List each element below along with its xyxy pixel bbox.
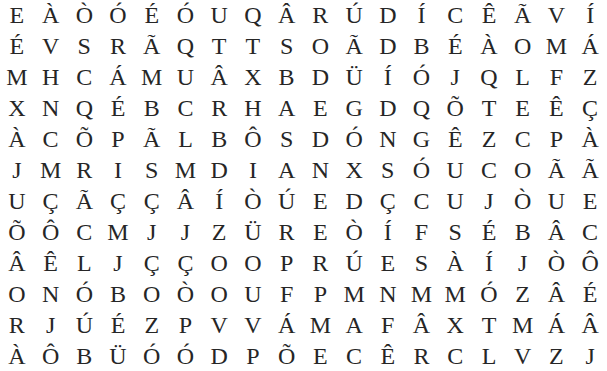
grid-cell-r6c3[interactable]: R xyxy=(67,155,101,186)
grid-cell-r11c13[interactable]: Â xyxy=(405,309,439,340)
grid-cell-r9c6[interactable]: Ç xyxy=(169,247,203,278)
grid-cell-r6c4[interactable]: I xyxy=(101,155,135,186)
grid-cell-r7c4[interactable]: Ç xyxy=(101,185,135,216)
grid-cell-r4c3[interactable]: Q xyxy=(67,93,101,124)
grid-cell-r6c12[interactable]: S xyxy=(371,155,405,186)
grid-cell-r1c14[interactable]: C xyxy=(438,0,472,31)
grid-cell-r6c6[interactable]: M xyxy=(169,155,203,186)
grid-cell-r11c1[interactable]: R xyxy=(0,309,34,340)
grid-cell-r10c13[interactable]: M xyxy=(405,278,439,309)
grid-cell-r7c8[interactable]: Ò xyxy=(236,185,270,216)
grid-cell-r8c13[interactable]: F xyxy=(405,216,439,247)
grid-cell-r3c15[interactable]: Q xyxy=(472,62,506,93)
grid-cell-r8c2[interactable]: Ô xyxy=(34,216,68,247)
grid-cell-r11c6[interactable]: P xyxy=(169,309,203,340)
grid-cell-r8c17[interactable]: Â xyxy=(540,216,574,247)
grid-cell-r7c3[interactable]: Ã xyxy=(67,185,101,216)
grid-cell-r10c14[interactable]: M xyxy=(438,278,472,309)
grid-cell-r2c10[interactable]: O xyxy=(303,31,337,62)
grid-cell-r2c9[interactable]: S xyxy=(270,31,304,62)
grid-cell-r2c16[interactable]: O xyxy=(506,31,540,62)
grid-cell-r4c5[interactable]: B xyxy=(135,93,169,124)
grid-cell-r9c8[interactable]: O xyxy=(236,247,270,278)
grid-cell-r2c2[interactable]: V xyxy=(34,31,68,62)
grid-cell-r12c12[interactable]: Ê xyxy=(371,340,405,371)
grid-cell-r5c16[interactable]: C xyxy=(506,124,540,155)
grid-cell-r3c14[interactable]: J xyxy=(438,62,472,93)
grid-cell-r2c7[interactable]: T xyxy=(202,31,236,62)
grid-cell-r10c6[interactable]: Ò xyxy=(169,278,203,309)
grid-cell-r1c9[interactable]: Â xyxy=(270,0,304,31)
grid-cell-r7c10[interactable]: E xyxy=(303,185,337,216)
grid-cell-r6c2[interactable]: M xyxy=(34,155,68,186)
grid-cell-r10c4[interactable]: B xyxy=(101,278,135,309)
grid-cell-r8c9[interactable]: R xyxy=(270,216,304,247)
grid-cell-r2c6[interactable]: Q xyxy=(169,31,203,62)
grid-cell-r8c15[interactable]: É xyxy=(472,216,506,247)
grid-cell-r7c18[interactable]: E xyxy=(573,185,607,216)
grid-cell-r1c6[interactable]: Ó xyxy=(169,0,203,31)
grid-cell-r7c16[interactable]: Ò xyxy=(506,185,540,216)
grid-cell-r5c14[interactable]: Ê xyxy=(438,124,472,155)
grid-cell-r5c4[interactable]: P xyxy=(101,124,135,155)
grid-cell-r2c1[interactable]: É xyxy=(0,31,34,62)
grid-cell-r3c3[interactable]: C xyxy=(67,62,101,93)
grid-cell-r7c1[interactable]: U xyxy=(0,185,34,216)
grid-cell-r9c14[interactable]: À xyxy=(438,247,472,278)
grid-cell-r1c12[interactable]: D xyxy=(371,0,405,31)
grid-cell-r1c13[interactable]: Í xyxy=(405,0,439,31)
grid-cell-r3c6[interactable]: U xyxy=(169,62,203,93)
grid-cell-r9c11[interactable]: Ú xyxy=(337,247,371,278)
grid-cell-r1c4[interactable]: Ó xyxy=(101,0,135,31)
grid-cell-r10c1[interactable]: O xyxy=(0,278,34,309)
grid-cell-r8c3[interactable]: C xyxy=(67,216,101,247)
grid-cell-r1c1[interactable]: E xyxy=(0,0,34,31)
grid-cell-r9c5[interactable]: Ç xyxy=(135,247,169,278)
grid-cell-r8c7[interactable]: Z xyxy=(202,216,236,247)
grid-cell-r12c2[interactable]: Ô xyxy=(34,340,68,371)
grid-cell-r1c16[interactable]: Ã xyxy=(506,0,540,31)
grid-cell-r2c8[interactable]: T xyxy=(236,31,270,62)
grid-cell-r11c9[interactable]: Á xyxy=(270,309,304,340)
grid-cell-r5c2[interactable]: C xyxy=(34,124,68,155)
grid-cell-r8c12[interactable]: Í xyxy=(371,216,405,247)
grid-cell-r12c7[interactable]: D xyxy=(202,340,236,371)
grid-cell-r11c10[interactable]: M xyxy=(303,309,337,340)
grid-cell-r2c4[interactable]: R xyxy=(101,31,135,62)
grid-cell-r7c11[interactable]: D xyxy=(337,185,371,216)
grid-cell-r6c9[interactable]: A xyxy=(270,155,304,186)
grid-cell-r1c8[interactable]: Q xyxy=(236,0,270,31)
grid-cell-r4c2[interactable]: N xyxy=(34,93,68,124)
grid-cell-r7c6[interactable]: Â xyxy=(169,185,203,216)
grid-cell-r1c3[interactable]: Ò xyxy=(67,0,101,31)
grid-cell-r5c7[interactable]: B xyxy=(202,124,236,155)
grid-cell-r5c3[interactable]: Õ xyxy=(67,124,101,155)
grid-cell-r9c17[interactable]: Ò xyxy=(540,247,574,278)
grid-cell-r9c18[interactable]: Ô xyxy=(573,247,607,278)
grid-cell-r8c5[interactable]: J xyxy=(135,216,169,247)
grid-cell-r8c14[interactable]: S xyxy=(438,216,472,247)
grid-cell-r6c5[interactable]: S xyxy=(135,155,169,186)
grid-cell-r12c5[interactable]: Ó xyxy=(135,340,169,371)
grid-cell-r9c1[interactable]: Â xyxy=(0,247,34,278)
grid-cell-r3c2[interactable]: H xyxy=(34,62,68,93)
grid-cell-r5c13[interactable]: G xyxy=(405,124,439,155)
grid-cell-r3c9[interactable]: B xyxy=(270,62,304,93)
grid-cell-r4c7[interactable]: R xyxy=(202,93,236,124)
grid-cell-r7c17[interactable]: U xyxy=(540,185,574,216)
grid-cell-r10c2[interactable]: N xyxy=(34,278,68,309)
grid-cell-r5c18[interactable]: À xyxy=(573,124,607,155)
grid-cell-r2c5[interactable]: Ã xyxy=(135,31,169,62)
grid-cell-r3c5[interactable]: M xyxy=(135,62,169,93)
grid-cell-r11c17[interactable]: Á xyxy=(540,309,574,340)
grid-cell-r1c17[interactable]: V xyxy=(540,0,574,31)
grid-cell-r9c2[interactable]: Ê xyxy=(34,247,68,278)
grid-cell-r4c1[interactable]: X xyxy=(0,93,34,124)
grid-cell-r7c13[interactable]: C xyxy=(405,185,439,216)
grid-cell-r3c4[interactable]: Á xyxy=(101,62,135,93)
grid-cell-r9c12[interactable]: E xyxy=(371,247,405,278)
grid-cell-r3c13[interactable]: Ó xyxy=(405,62,439,93)
grid-cell-r12c13[interactable]: R xyxy=(405,340,439,371)
grid-cell-r12c15[interactable]: L xyxy=(472,340,506,371)
grid-cell-r6c11[interactable]: X xyxy=(337,155,371,186)
grid-cell-r10c7[interactable]: O xyxy=(202,278,236,309)
grid-cell-r9c7[interactable]: O xyxy=(202,247,236,278)
grid-cell-r2c12[interactable]: D xyxy=(371,31,405,62)
grid-cell-r10c9[interactable]: F xyxy=(270,278,304,309)
word-search-page: EÀÒÓÉÓUQÂRÚDÍCÊÃVÍÉVSRÃQTTSOÃDBÉÀOMÁMHCÁ… xyxy=(0,0,607,371)
grid-cell-r11c12[interactable]: F xyxy=(371,309,405,340)
grid-cell-r8c10[interactable]: E xyxy=(303,216,337,247)
grid-cell-r6c16[interactable]: O xyxy=(506,155,540,186)
grid-cell-r1c5[interactable]: É xyxy=(135,0,169,31)
grid-cell-r9c3[interactable]: L xyxy=(67,247,101,278)
grid-cell-r9c16[interactable]: J xyxy=(506,247,540,278)
grid-cell-r2c18[interactable]: Á xyxy=(573,31,607,62)
grid-cell-r8c8[interactable]: Ü xyxy=(236,216,270,247)
grid-cell-r5c15[interactable]: Z xyxy=(472,124,506,155)
grid-cell-r4c17[interactable]: Ê xyxy=(540,93,574,124)
grid-cell-r5c9[interactable]: S xyxy=(270,124,304,155)
grid-cell-r3c7[interactable]: Â xyxy=(202,62,236,93)
grid-cell-r2c17[interactable]: M xyxy=(540,31,574,62)
grid-cell-r7c2[interactable]: Ç xyxy=(34,185,68,216)
grid-cell-r12c16[interactable]: V xyxy=(506,340,540,371)
grid-cell-r7c12[interactable]: Ç xyxy=(371,185,405,216)
grid-cell-r6c7[interactable]: D xyxy=(202,155,236,186)
grid-cell-r12c10[interactable]: E xyxy=(303,340,337,371)
grid-cell-r4c12[interactable]: D xyxy=(371,93,405,124)
grid-cell-r6c15[interactable]: C xyxy=(472,155,506,186)
grid-cell-r12c14[interactable]: C xyxy=(438,340,472,371)
grid-cell-r8c1[interactable]: Õ xyxy=(0,216,34,247)
grid-cell-r1c2[interactable]: À xyxy=(34,0,68,31)
grid-cell-r10c8[interactable]: U xyxy=(236,278,270,309)
grid-cell-r2c3[interactable]: S xyxy=(67,31,101,62)
grid-cell-r11c8[interactable]: V xyxy=(236,309,270,340)
grid-cell-r8c16[interactable]: B xyxy=(506,216,540,247)
grid-cell-r4c13[interactable]: Q xyxy=(405,93,439,124)
grid-cell-r1c15[interactable]: Ê xyxy=(472,0,506,31)
grid-cell-r9c4[interactable]: J xyxy=(101,247,135,278)
grid-cell-r10c3[interactable]: Ó xyxy=(67,278,101,309)
grid-cell-r7c7[interactable]: Í xyxy=(202,185,236,216)
grid-cell-r2c11[interactable]: Ã xyxy=(337,31,371,62)
grid-cell-r12c8[interactable]: P xyxy=(236,340,270,371)
grid-cell-r5c17[interactable]: P xyxy=(540,124,574,155)
grid-cell-r10c18[interactable]: É xyxy=(573,278,607,309)
grid-cell-r6c1[interactable]: J xyxy=(0,155,34,186)
grid-cell-r4c4[interactable]: É xyxy=(101,93,135,124)
grid-cell-r10c12[interactable]: N xyxy=(371,278,405,309)
grid-cell-r11c2[interactable]: J xyxy=(34,309,68,340)
grid-cell-r9c15[interactable]: Í xyxy=(472,247,506,278)
grid-cell-r4c15[interactable]: T xyxy=(472,93,506,124)
grid-cell-r4c11[interactable]: G xyxy=(337,93,371,124)
grid-cell-r10c17[interactable]: Â xyxy=(540,278,574,309)
grid-cell-r6c10[interactable]: N xyxy=(303,155,337,186)
grid-cell-r4c16[interactable]: E xyxy=(506,93,540,124)
grid-cell-r4c14[interactable]: Õ xyxy=(438,93,472,124)
grid-cell-r11c3[interactable]: Ú xyxy=(67,309,101,340)
grid-cell-r10c11[interactable]: M xyxy=(337,278,371,309)
grid-cell-r10c16[interactable]: Z xyxy=(506,278,540,309)
grid-cell-r12c18[interactable]: J xyxy=(573,340,607,371)
grid-cell-r6c14[interactable]: U xyxy=(438,155,472,186)
grid-cell-r3c10[interactable]: D xyxy=(303,62,337,93)
grid-cell-r9c10[interactable]: R xyxy=(303,247,337,278)
grid-cell-r6c18[interactable]: Ã xyxy=(573,155,607,186)
grid-cell-r7c15[interactable]: J xyxy=(472,185,506,216)
grid-cell-r5c6[interactable]: L xyxy=(169,124,203,155)
grid-cell-r9c9[interactable]: P xyxy=(270,247,304,278)
grid-cell-r8c11[interactable]: Ò xyxy=(337,216,371,247)
word-search-grid: EÀÒÓÉÓUQÂRÚDÍCÊÃVÍÉVSRÃQTTSOÃDBÉÀOMÁMHCÁ… xyxy=(0,0,607,371)
grid-cell-r10c15[interactable]: Ó xyxy=(472,278,506,309)
grid-cell-r4c9[interactable]: A xyxy=(270,93,304,124)
grid-cell-r12c9[interactable]: Õ xyxy=(270,340,304,371)
grid-cell-r8c6[interactable]: J xyxy=(169,216,203,247)
grid-cell-r1c7[interactable]: U xyxy=(202,0,236,31)
grid-cell-r12c1[interactable]: À xyxy=(0,340,34,371)
grid-cell-r7c14[interactable]: U xyxy=(438,185,472,216)
grid-cell-r5c5[interactable]: Ã xyxy=(135,124,169,155)
grid-cell-r6c17[interactable]: Ã xyxy=(540,155,574,186)
grid-cell-r11c11[interactable]: A xyxy=(337,309,371,340)
grid-cell-r5c8[interactable]: Ô xyxy=(236,124,270,155)
grid-cell-r12c3[interactable]: B xyxy=(67,340,101,371)
grid-cell-r3c8[interactable]: X xyxy=(236,62,270,93)
grid-cell-r3c16[interactable]: L xyxy=(506,62,540,93)
grid-cell-r4c18[interactable]: Ç xyxy=(573,93,607,124)
grid-cell-r2c13[interactable]: B xyxy=(405,31,439,62)
grid-cell-r3c11[interactable]: Ü xyxy=(337,62,371,93)
grid-cell-r12c4[interactable]: Ü xyxy=(101,340,135,371)
grid-cell-r5c12[interactable]: N xyxy=(371,124,405,155)
grid-cell-r3c18[interactable]: Z xyxy=(573,62,607,93)
grid-cell-r10c10[interactable]: P xyxy=(303,278,337,309)
grid-cell-r7c5[interactable]: Ç xyxy=(135,185,169,216)
grid-cell-r1c18[interactable]: Í xyxy=(573,0,607,31)
grid-cell-r9c13[interactable]: S xyxy=(405,247,439,278)
grid-cell-r3c17[interactable]: F xyxy=(540,62,574,93)
grid-cell-r5c1[interactable]: À xyxy=(0,124,34,155)
grid-cell-r11c4[interactable]: É xyxy=(101,309,135,340)
grid-cell-r3c12[interactable]: Í xyxy=(371,62,405,93)
grid-cell-r6c8[interactable]: I xyxy=(236,155,270,186)
grid-cell-r11c7[interactable]: V xyxy=(202,309,236,340)
grid-cell-r11c16[interactable]: M xyxy=(506,309,540,340)
grid-cell-r7c9[interactable]: Ú xyxy=(270,185,304,216)
grid-cell-r4c6[interactable]: C xyxy=(169,93,203,124)
grid-cell-r2c14[interactable]: É xyxy=(438,31,472,62)
grid-cell-r4c8[interactable]: H xyxy=(236,93,270,124)
grid-cell-r6c13[interactable]: Ó xyxy=(405,155,439,186)
grid-cell-r1c11[interactable]: Ú xyxy=(337,0,371,31)
grid-cell-r10c5[interactable]: O xyxy=(135,278,169,309)
grid-cell-r11c15[interactable]: T xyxy=(472,309,506,340)
grid-cell-r11c5[interactable]: Z xyxy=(135,309,169,340)
grid-cell-r4c10[interactable]: E xyxy=(303,93,337,124)
grid-cell-r12c6[interactable]: Ó xyxy=(169,340,203,371)
grid-cell-r11c18[interactable]: Â xyxy=(573,309,607,340)
grid-cell-r3c1[interactable]: M xyxy=(0,62,34,93)
grid-cell-r12c11[interactable]: C xyxy=(337,340,371,371)
grid-cell-r8c4[interactable]: M xyxy=(101,216,135,247)
grid-cell-r2c15[interactable]: À xyxy=(472,31,506,62)
grid-cell-r8c18[interactable]: C xyxy=(573,216,607,247)
grid-cell-r1c10[interactable]: R xyxy=(303,0,337,31)
grid-cell-r12c17[interactable]: Z xyxy=(540,340,574,371)
grid-cell-r5c10[interactable]: D xyxy=(303,124,337,155)
grid-cell-r5c11[interactable]: Ó xyxy=(337,124,371,155)
grid-cell-r11c14[interactable]: X xyxy=(438,309,472,340)
